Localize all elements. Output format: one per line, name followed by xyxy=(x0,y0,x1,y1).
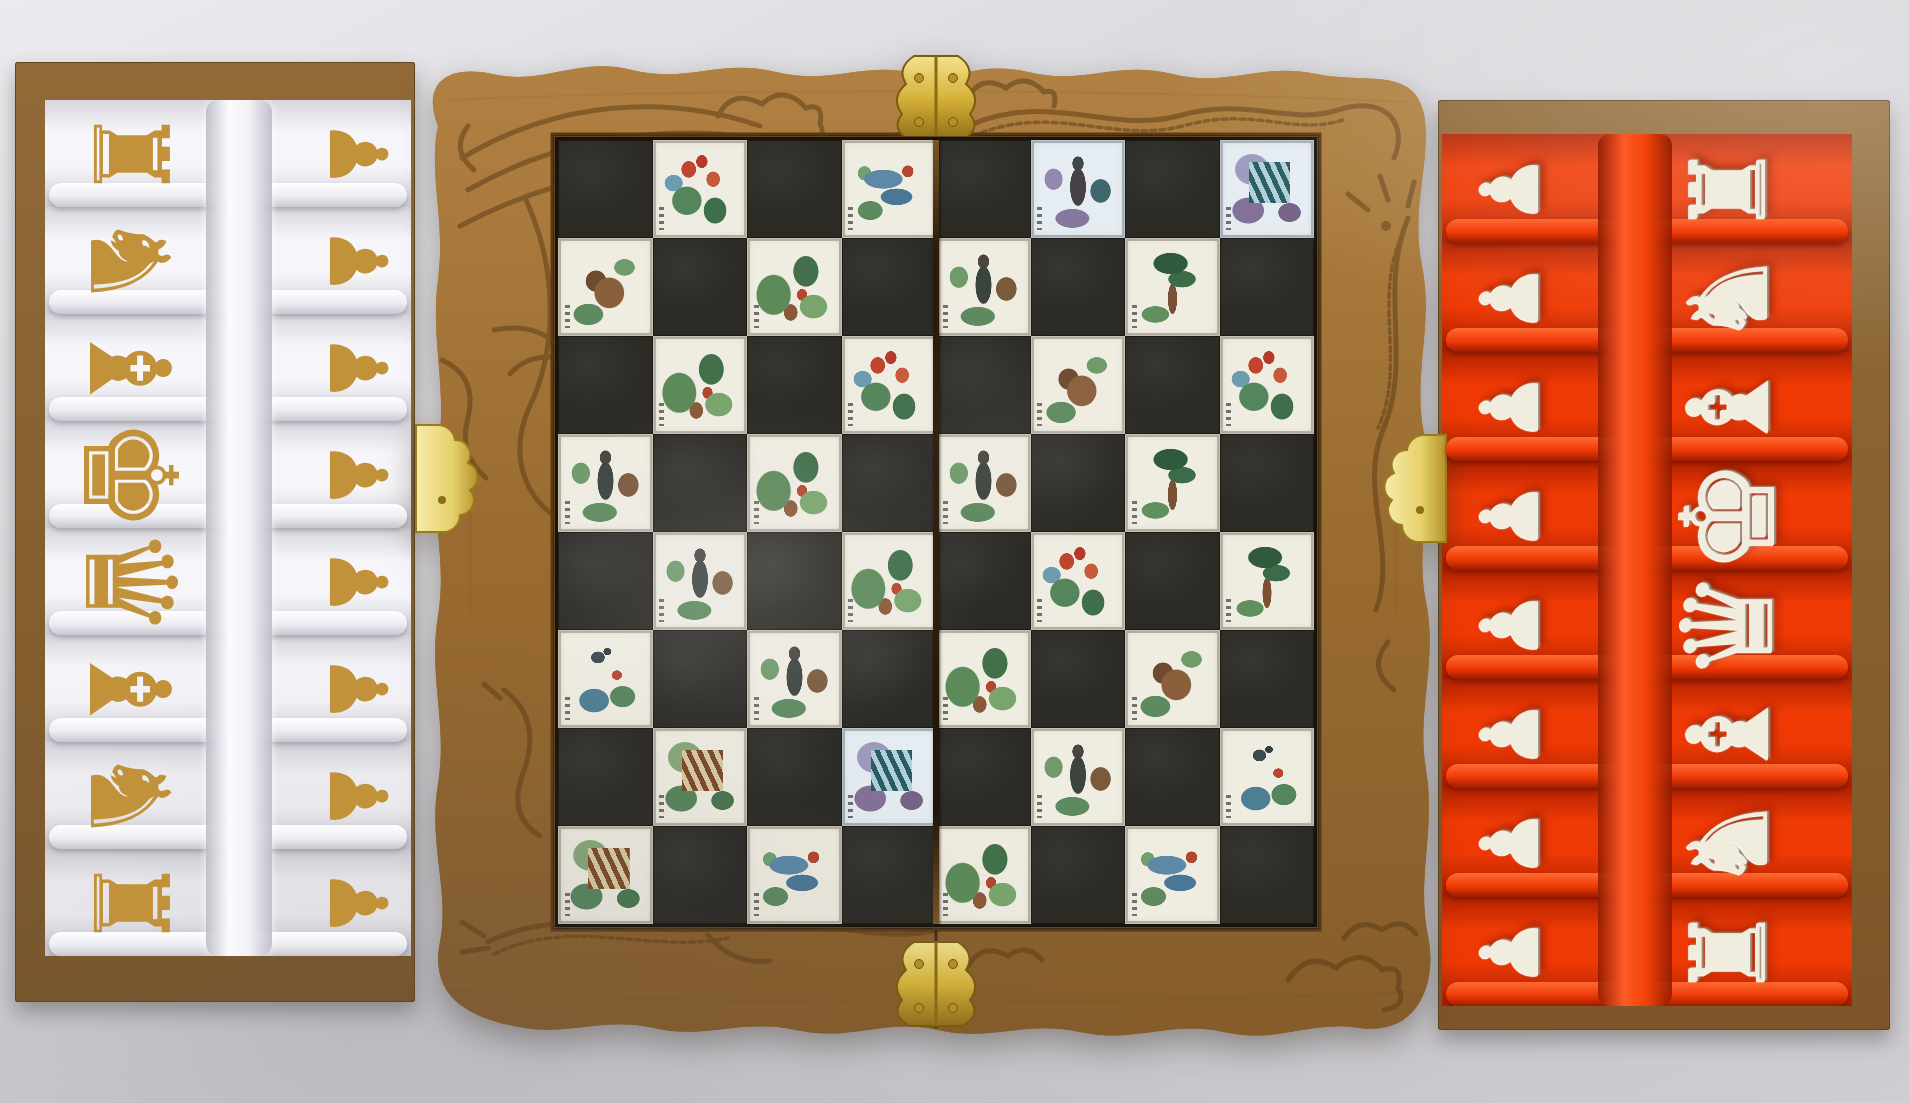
board-square-r6c1[interactable] xyxy=(558,630,653,728)
ivory-pawn-piece[interactable]: ♟ xyxy=(1471,371,1551,443)
gold-pawn-piece[interactable]: ♟ xyxy=(317,332,397,404)
gold-knight-piece[interactable]: ♞ xyxy=(74,746,184,845)
board-square-r4c6[interactable] xyxy=(1031,434,1126,532)
board-square-r7c5[interactable] xyxy=(936,728,1031,826)
gold-pawn-piece[interactable]: ♟ xyxy=(317,439,397,511)
ivory-tray-slot: ♟ xyxy=(1442,243,1606,352)
ivory-bishop-piece[interactable]: ♝ xyxy=(1673,683,1785,783)
board-square-r8c1[interactable] xyxy=(558,826,653,924)
gold-pawn-piece[interactable]: ♟ xyxy=(317,225,397,297)
top-hinge[interactable] xyxy=(897,56,975,140)
board-square-r3c1[interactable] xyxy=(558,336,653,434)
gold-tray-slot: ♟ xyxy=(213,100,411,207)
ivory-tray-slot: ♟ xyxy=(1442,679,1606,788)
gold-tray-slot: ♜ xyxy=(45,849,213,956)
board-square-r7c1[interactable] xyxy=(558,728,653,826)
board-square-r4c8[interactable] xyxy=(1220,434,1315,532)
ivory-tray-row-8: ♟♜ xyxy=(1442,897,1852,1006)
ivory-pawn-piece[interactable]: ♟ xyxy=(1471,262,1551,334)
board-square-r7c6[interactable] xyxy=(1031,728,1126,826)
board-square-r2c7[interactable] xyxy=(1125,238,1220,336)
board-square-r8c7[interactable] xyxy=(1125,826,1220,924)
ivory-tray-slot: ♚ xyxy=(1606,461,1852,570)
board-square-r5c7[interactable] xyxy=(1125,532,1220,630)
gold-tray-slot: ♟ xyxy=(213,421,411,528)
ivory-tray-row-6: ♟♝ xyxy=(1442,679,1852,788)
board-square-r5c8[interactable] xyxy=(1220,532,1315,630)
board-square-r6c7[interactable] xyxy=(1125,630,1220,728)
gold-tray-slot: ♞ xyxy=(45,207,213,314)
board-square-r1c3[interactable] xyxy=(747,140,842,238)
gold-tray-slot: ♟ xyxy=(213,849,411,956)
board-square-r2c8[interactable] xyxy=(1220,238,1315,336)
ivory-pawn-piece[interactable]: ♟ xyxy=(1471,480,1551,552)
board-square-r8c5[interactable] xyxy=(936,826,1031,924)
gold-tray-slot: ♛ xyxy=(45,528,213,635)
board-square-r6c2[interactable] xyxy=(653,630,748,728)
gold-tray-row-3: ♝♟ xyxy=(45,314,411,421)
chess-board[interactable] xyxy=(558,140,1314,924)
ivory-tray-row-3: ♟♝ xyxy=(1442,352,1852,461)
board-square-r1c8[interactable] xyxy=(1220,140,1315,238)
gold-tray-slot: ♟ xyxy=(213,528,411,635)
board-square-r8c8[interactable] xyxy=(1220,826,1315,924)
board-square-r4c2[interactable] xyxy=(653,434,748,532)
gold-tray-slot: ♟ xyxy=(213,635,411,742)
gold-tray-slot: ♞ xyxy=(45,742,213,849)
photo-stage: ♜♟♞♟♝♟♚♟♛♟♝♟♞♟♜♟ ♟♜♟♞♟♝♟♚♟♛♟♝♟♞♟♜ xyxy=(0,0,1909,1103)
board-square-r2c3[interactable] xyxy=(747,238,842,336)
board-square-r5c6[interactable] xyxy=(1031,532,1126,630)
gold-rook-piece[interactable]: ♜ xyxy=(77,856,181,949)
gold-tray-row-2: ♞♟ xyxy=(45,207,411,314)
gold-tray-slot: ♟ xyxy=(213,742,411,849)
board-square-r2c1[interactable] xyxy=(558,238,653,336)
gold-tray-slot: ♜ xyxy=(45,100,213,207)
ivory-tray-slot: ♟ xyxy=(1442,570,1606,679)
gold-knight-piece[interactable]: ♞ xyxy=(74,211,184,310)
board-square-r6c3[interactable] xyxy=(747,630,842,728)
board-square-r3c8[interactable] xyxy=(1220,336,1315,434)
board-square-r5c1[interactable] xyxy=(558,532,653,630)
gold-tray-row-7: ♞♟ xyxy=(45,742,411,849)
gold-tray-slot: ♟ xyxy=(213,207,411,314)
ivory-tray-slot: ♟ xyxy=(1442,897,1606,1006)
ivory-pawn-piece[interactable]: ♟ xyxy=(1471,589,1551,661)
ivory-pawn-piece[interactable]: ♟ xyxy=(1471,807,1551,879)
board-square-r7c3[interactable] xyxy=(747,728,842,826)
ivory-tray-slot: ♞ xyxy=(1606,788,1852,897)
ivory-tray-row-2: ♟♞ xyxy=(1442,243,1852,352)
gold-tray-row-1: ♜♟ xyxy=(45,100,411,207)
gold-pawn-piece[interactable]: ♟ xyxy=(317,653,397,725)
gold-pawn-piece[interactable]: ♟ xyxy=(317,546,397,618)
ivory-tray-row-1: ♟♜ xyxy=(1442,134,1852,243)
board-square-r5c5[interactable] xyxy=(936,532,1031,630)
ivory-rook-piece[interactable]: ♜ xyxy=(1677,142,1781,235)
board-square-r4c5[interactable] xyxy=(936,434,1031,532)
gold-tray-slot: ♚ xyxy=(45,421,213,528)
gold-pawn-piece[interactable]: ♟ xyxy=(317,760,397,832)
gold-tray-slot: ♝ xyxy=(45,635,213,742)
board-square-r6c4[interactable] xyxy=(842,630,937,728)
board-square-r3c2[interactable] xyxy=(653,336,748,434)
right-tray[interactable]: ♟♜♟♞♟♝♟♚♟♛♟♝♟♞♟♜ xyxy=(1438,100,1890,1030)
board-square-r3c3[interactable] xyxy=(747,336,842,434)
gold-tray-slot: ♟ xyxy=(213,314,411,421)
gold-tray-row-5: ♛♟ xyxy=(45,528,411,635)
board-square-r6c5[interactable] xyxy=(936,630,1031,728)
gold-queen-piece[interactable]: ♛ xyxy=(66,525,192,638)
ivory-tray-row-7: ♟♞ xyxy=(1442,788,1852,897)
board-square-r3c5[interactable] xyxy=(936,336,1031,434)
gold-bishop-piece[interactable]: ♝ xyxy=(73,638,185,738)
board-square-r1c6[interactable] xyxy=(1031,140,1126,238)
board-square-r3c4[interactable] xyxy=(842,336,937,434)
left-tray-satin-lining: ♜♟♞♟♝♟♚♟♛♟♝♟♞♟♜♟ xyxy=(45,100,411,956)
ivory-tray-slot: ♜ xyxy=(1606,897,1852,1006)
ivory-tray-slot: ♟ xyxy=(1442,134,1606,243)
board-square-r5c4[interactable] xyxy=(842,532,937,630)
ivory-tray-slot: ♛ xyxy=(1606,570,1852,679)
board-square-r2c4[interactable] xyxy=(842,238,937,336)
board-square-r4c1[interactable] xyxy=(558,434,653,532)
board-square-r1c4[interactable] xyxy=(842,140,937,238)
ivory-king-piece[interactable]: ♚ xyxy=(1664,457,1794,574)
board-square-r7c7[interactable] xyxy=(1125,728,1220,826)
gold-rook-piece[interactable]: ♜ xyxy=(77,107,181,200)
left-tray[interactable]: ♜♟♞♟♝♟♚♟♛♟♝♟♞♟♜♟ xyxy=(15,62,415,1002)
board-square-r5c3[interactable] xyxy=(747,532,842,630)
board-square-r3c6[interactable] xyxy=(1031,336,1126,434)
gold-pawn-piece[interactable]: ♟ xyxy=(317,867,397,939)
board-square-r7c2[interactable] xyxy=(653,728,748,826)
gold-tray-row-8: ♜♟ xyxy=(45,849,411,956)
board-square-r8c4[interactable] xyxy=(842,826,937,924)
board-square-r6c6[interactable] xyxy=(1031,630,1126,728)
ivory-tray-slot: ♝ xyxy=(1606,679,1852,788)
ivory-knight-piece[interactable]: ♞ xyxy=(1674,248,1784,347)
ivory-bishop-piece[interactable]: ♝ xyxy=(1673,356,1785,456)
gold-pawn-piece[interactable]: ♟ xyxy=(317,118,397,190)
board-square-r7c4[interactable] xyxy=(842,728,937,826)
ivory-pawn-piece[interactable]: ♟ xyxy=(1471,153,1551,225)
ivory-knight-piece[interactable]: ♞ xyxy=(1674,793,1784,892)
board-fold-seam xyxy=(933,140,939,924)
board-square-r2c6[interactable] xyxy=(1031,238,1126,336)
gold-king-piece[interactable]: ♚ xyxy=(64,416,194,533)
board-square-r6c8[interactable] xyxy=(1220,630,1315,728)
ivory-tray-slot: ♝ xyxy=(1606,352,1852,461)
gold-tray-slot: ♝ xyxy=(45,314,213,421)
board-square-r1c2[interactable] xyxy=(653,140,748,238)
right-tray-red-lining: ♟♜♟♞♟♝♟♚♟♛♟♝♟♞♟♜ xyxy=(1442,134,1852,1006)
board-square-r1c5[interactable] xyxy=(936,140,1031,238)
ivory-tray-row-4: ♟♚ xyxy=(1442,461,1852,570)
ivory-pawn-piece[interactable]: ♟ xyxy=(1471,916,1551,988)
board-square-r1c7[interactable] xyxy=(1125,140,1220,238)
board-square-r2c5[interactable] xyxy=(936,238,1031,336)
board-square-r7c8[interactable] xyxy=(1220,728,1315,826)
gold-tray-row-6: ♝♟ xyxy=(45,635,411,742)
board-square-r5c2[interactable] xyxy=(653,532,748,630)
ivory-pawn-piece[interactable]: ♟ xyxy=(1471,698,1551,770)
ivory-tray-slot: ♞ xyxy=(1606,243,1852,352)
ivory-tray-slot: ♟ xyxy=(1442,461,1606,570)
board-square-r1c1[interactable] xyxy=(558,140,653,238)
board-square-r4c7[interactable] xyxy=(1125,434,1220,532)
board-square-r8c2[interactable] xyxy=(653,826,748,924)
bottom-hinge[interactable] xyxy=(897,942,975,1026)
board-square-r8c3[interactable] xyxy=(747,826,842,924)
gold-bishop-piece[interactable]: ♝ xyxy=(73,317,185,417)
ivory-tray-row-5: ♟♛ xyxy=(1442,570,1852,679)
board-square-r3c7[interactable] xyxy=(1125,336,1220,434)
ivory-tray-slot: ♜ xyxy=(1606,134,1852,243)
board-square-r4c4[interactable] xyxy=(842,434,937,532)
board-square-r2c2[interactable] xyxy=(653,238,748,336)
board-square-r4c3[interactable] xyxy=(747,434,842,532)
board-square-r8c6[interactable] xyxy=(1031,826,1126,924)
gold-tray-row-4: ♚♟ xyxy=(45,421,411,528)
ivory-tray-slot: ♟ xyxy=(1442,352,1606,461)
ivory-rook-piece[interactable]: ♜ xyxy=(1677,905,1781,998)
ivory-queen-piece[interactable]: ♛ xyxy=(1666,568,1792,681)
ivory-tray-slot: ♟ xyxy=(1442,788,1606,897)
